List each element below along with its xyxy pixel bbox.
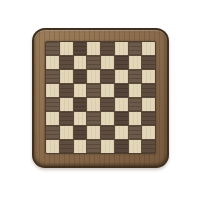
square-d6[interactable] xyxy=(87,70,100,83)
square-d5[interactable] xyxy=(87,84,100,97)
square-c4[interactable] xyxy=(74,98,87,111)
square-f5[interactable] xyxy=(115,84,128,97)
square-b2[interactable] xyxy=(60,126,73,139)
square-c6[interactable] xyxy=(74,70,87,83)
square-d3[interactable] xyxy=(87,112,100,125)
square-f6[interactable] xyxy=(115,70,128,83)
square-e5[interactable] xyxy=(101,84,114,97)
square-d8[interactable] xyxy=(87,42,100,55)
square-f4[interactable] xyxy=(115,98,128,111)
square-e3[interactable] xyxy=(101,112,114,125)
square-h2[interactable] xyxy=(142,126,155,139)
square-e2[interactable] xyxy=(101,126,114,139)
square-a8[interactable] xyxy=(46,42,59,55)
square-c2[interactable] xyxy=(74,126,87,139)
square-c1[interactable] xyxy=(74,140,87,153)
square-a2[interactable] xyxy=(46,126,59,139)
square-a3[interactable] xyxy=(46,112,59,125)
square-e8[interactable] xyxy=(101,42,114,55)
square-g2[interactable] xyxy=(129,126,142,139)
square-d2[interactable] xyxy=(87,126,100,139)
square-a1[interactable] xyxy=(46,140,59,153)
chess-board-frame xyxy=(32,28,169,168)
square-d7[interactable] xyxy=(87,56,100,69)
square-h4[interactable] xyxy=(142,98,155,111)
square-h5[interactable] xyxy=(142,84,155,97)
square-f2[interactable] xyxy=(115,126,128,139)
square-b8[interactable] xyxy=(60,42,73,55)
square-c8[interactable] xyxy=(74,42,87,55)
square-b5[interactable] xyxy=(60,84,73,97)
square-b4[interactable] xyxy=(60,98,73,111)
square-b7[interactable] xyxy=(60,56,73,69)
square-c5[interactable] xyxy=(74,84,87,97)
square-h6[interactable] xyxy=(142,70,155,83)
square-g8[interactable] xyxy=(129,42,142,55)
photo-background xyxy=(0,0,200,200)
square-f8[interactable] xyxy=(115,42,128,55)
square-g7[interactable] xyxy=(129,56,142,69)
square-h1[interactable] xyxy=(142,140,155,153)
square-b1[interactable] xyxy=(60,140,73,153)
square-e4[interactable] xyxy=(101,98,114,111)
chess-board-grid xyxy=(45,41,156,154)
square-a5[interactable] xyxy=(46,84,59,97)
square-f3[interactable] xyxy=(115,112,128,125)
square-f7[interactable] xyxy=(115,56,128,69)
square-a4[interactable] xyxy=(46,98,59,111)
square-h8[interactable] xyxy=(142,42,155,55)
square-e6[interactable] xyxy=(101,70,114,83)
square-g6[interactable] xyxy=(129,70,142,83)
square-g3[interactable] xyxy=(129,112,142,125)
square-e1[interactable] xyxy=(101,140,114,153)
square-h3[interactable] xyxy=(142,112,155,125)
square-d4[interactable] xyxy=(87,98,100,111)
square-b6[interactable] xyxy=(60,70,73,83)
square-f1[interactable] xyxy=(115,140,128,153)
square-g4[interactable] xyxy=(129,98,142,111)
square-b3[interactable] xyxy=(60,112,73,125)
square-c3[interactable] xyxy=(74,112,87,125)
square-h7[interactable] xyxy=(142,56,155,69)
square-e7[interactable] xyxy=(101,56,114,69)
square-a6[interactable] xyxy=(46,70,59,83)
square-g1[interactable] xyxy=(129,140,142,153)
square-d1[interactable] xyxy=(87,140,100,153)
square-g5[interactable] xyxy=(129,84,142,97)
square-c7[interactable] xyxy=(74,56,87,69)
square-a7[interactable] xyxy=(46,56,59,69)
